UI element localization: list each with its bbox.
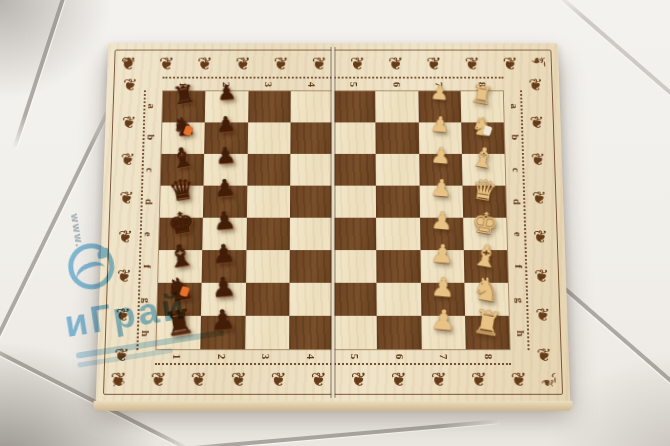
square-d5 <box>333 186 376 218</box>
photo-scene: ❦ ❦ ❦ ❦ ❦ ❦ ❦ ❦ ❦ ❦ ❦ ❦ ❦ ❦ ❦ ❦ ❦ ❦ ❦ ❦ … <box>0 0 670 446</box>
piece-light-pawn: ♟ <box>417 81 461 105</box>
watermark-www-text: www. <box>69 213 85 249</box>
square-a5 <box>333 91 376 122</box>
piece-dark-pawn: ♟ <box>204 144 248 170</box>
ornament-corner-icon: ❧ <box>540 373 555 393</box>
square-f6 <box>377 250 421 283</box>
square-e5 <box>333 218 377 250</box>
square-e6 <box>376 218 420 250</box>
ornament-corner-icon: ❧ <box>122 51 136 69</box>
square-b4 <box>290 122 333 153</box>
piece-light-pawn: ♟ <box>418 144 462 170</box>
piece-light-king: ♚ <box>461 206 508 242</box>
square-h7: ♟ <box>421 316 466 349</box>
piece-dark-pawn: ♟ <box>204 112 248 137</box>
piece-light-pawn: ♟ <box>419 207 464 235</box>
square-b6 <box>376 122 419 153</box>
plank-gap-line <box>160 419 499 446</box>
fold-seam <box>330 47 335 398</box>
square-c5 <box>333 154 376 186</box>
square-f5 <box>333 250 377 283</box>
square-c4 <box>290 154 333 186</box>
piece-light-queen: ♛ <box>460 174 507 209</box>
square-h6 <box>377 316 421 349</box>
ornament-corner-icon: ❧ <box>530 51 544 69</box>
square-g6 <box>377 283 421 316</box>
square-g4 <box>289 283 333 316</box>
piece-light-pawn: ♟ <box>418 175 463 202</box>
watermark: www. иГрай <box>45 176 286 392</box>
square-a4 <box>290 91 333 122</box>
piece-light-pawn: ♟ <box>420 305 466 336</box>
square-b3 <box>247 122 290 153</box>
watermark-logo-icon <box>65 240 118 293</box>
square-f4 <box>289 250 333 283</box>
square-b5 <box>333 122 376 153</box>
piece-dark-pawn: ♟ <box>205 81 249 105</box>
plank-gap-line <box>12 0 78 150</box>
piece-light-pawn: ♟ <box>418 112 462 137</box>
piece-dark-bishop: ♝ <box>160 142 207 175</box>
piece-light-pawn: ♟ <box>419 240 464 269</box>
piece-light-rook: ♜ <box>463 304 512 344</box>
square-c6 <box>376 154 419 186</box>
square-a3 <box>248 91 291 122</box>
square-d6 <box>376 186 420 218</box>
square-h8: ♜ <box>465 316 510 349</box>
piece-light-bishop: ♝ <box>460 142 507 175</box>
plank-gap-line <box>554 0 670 132</box>
square-h4 <box>289 316 333 349</box>
square-a6 <box>375 91 418 122</box>
piece-dark-knight: ♞ <box>160 111 206 143</box>
square-e4 <box>289 218 333 250</box>
piece-light-bishop: ♝ <box>461 238 509 275</box>
square-h5 <box>333 316 377 349</box>
square-g5 <box>333 283 377 316</box>
piece-light-pawn: ♟ <box>420 272 466 302</box>
square-d4 <box>290 186 333 218</box>
